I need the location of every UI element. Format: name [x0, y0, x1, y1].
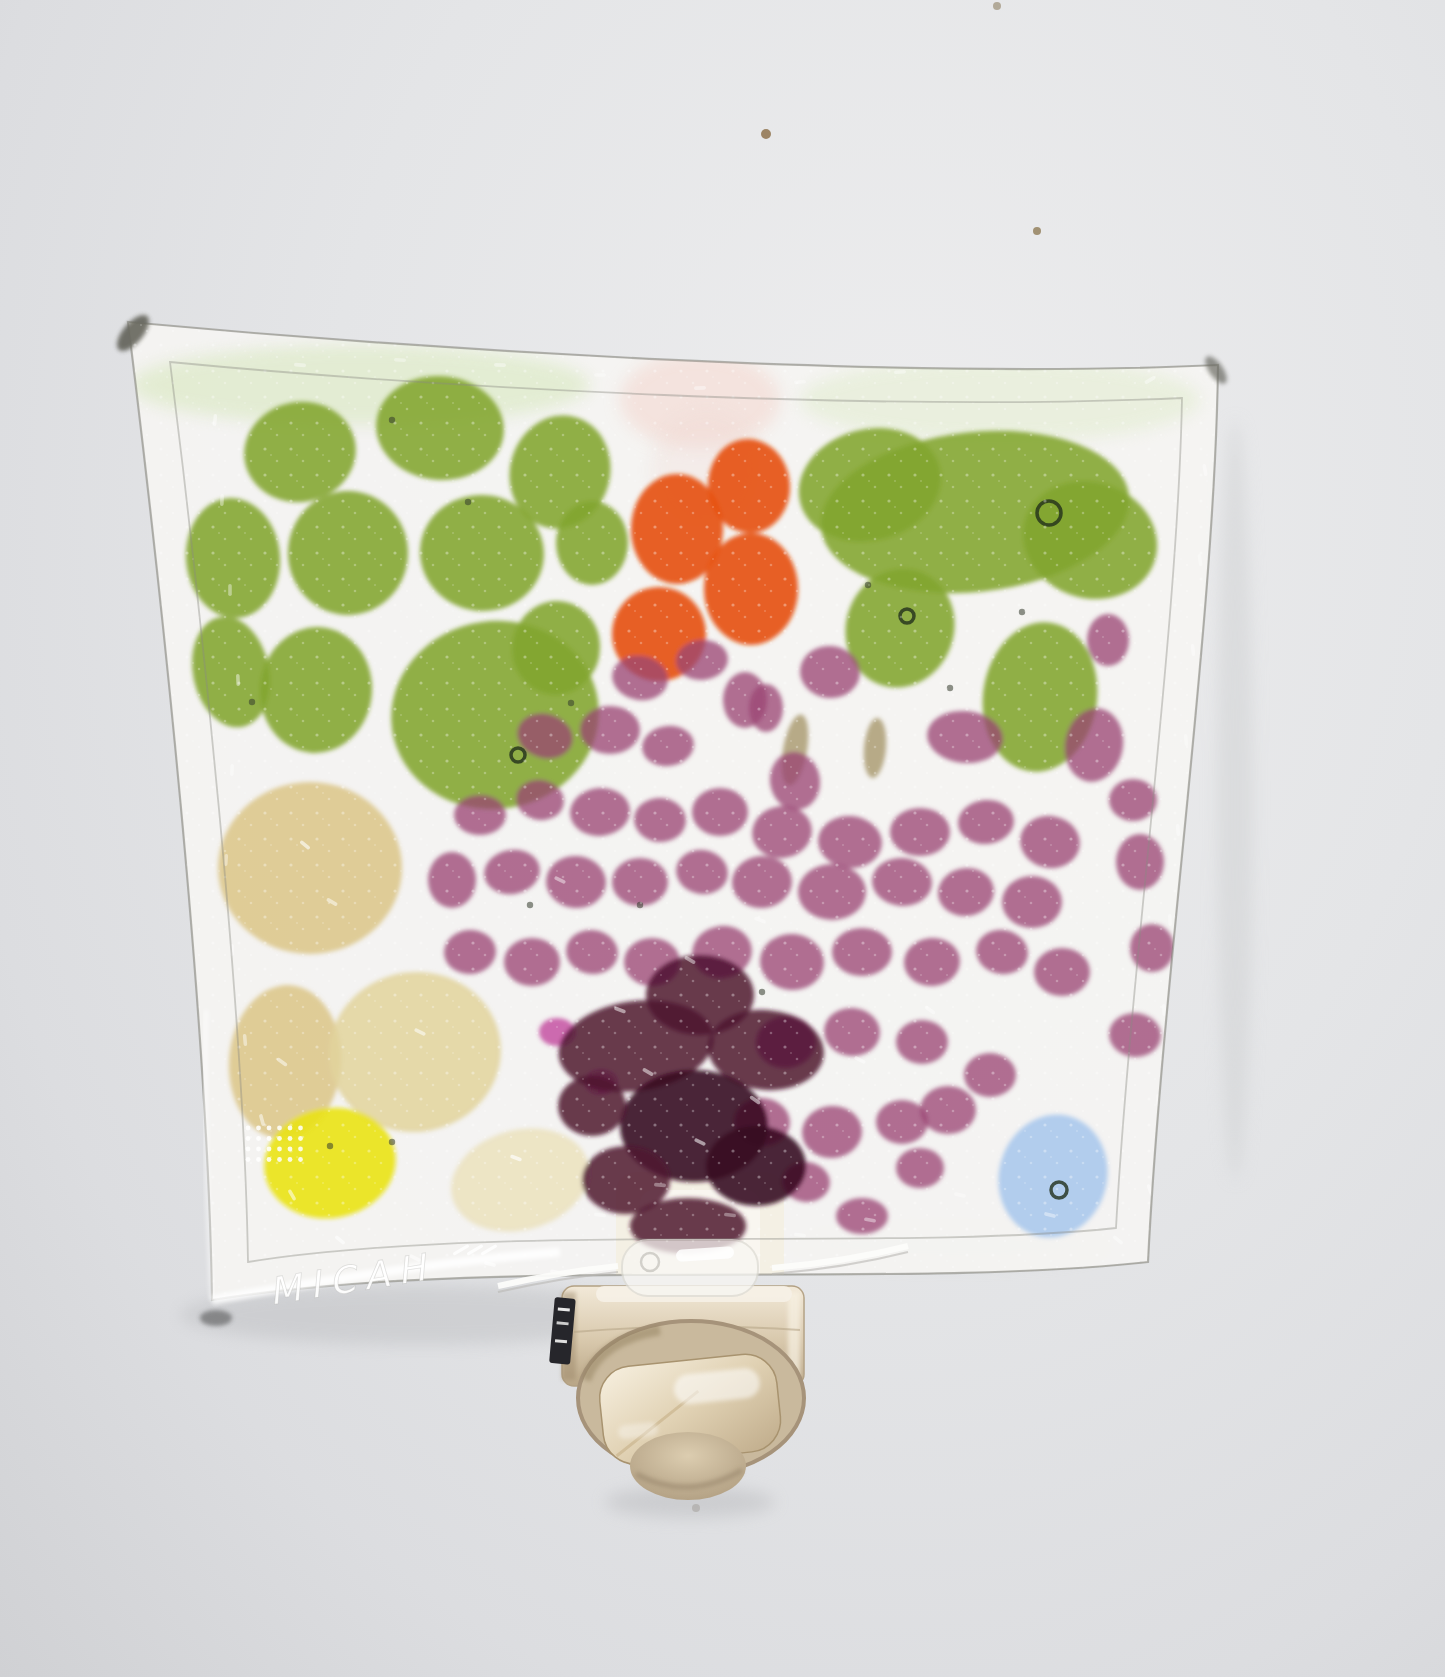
- etch-dot: [246, 1136, 251, 1141]
- shadow-right-edge: [1217, 420, 1253, 1180]
- sparkle: [1074, 358, 1086, 363]
- etch-dot: [298, 1157, 303, 1162]
- etch-dot: [246, 1157, 251, 1162]
- night-light-fixture: [549, 1286, 804, 1500]
- sparkle: [694, 386, 706, 390]
- sparkle: [230, 764, 234, 776]
- etch-dot: [256, 1157, 261, 1162]
- sparkle: [1162, 1004, 1166, 1016]
- sparkle: [394, 358, 406, 362]
- etch-dot: [256, 1136, 261, 1141]
- fixture-bottom-bulge: [630, 1432, 746, 1500]
- etch-dot: [277, 1157, 282, 1162]
- etch-dot: [277, 1147, 282, 1152]
- sparkle: [220, 494, 224, 506]
- sparkle: [594, 373, 606, 377]
- shadow-corner-tip: [200, 1310, 232, 1326]
- iridescent-frost-texture: [100, 300, 1300, 1400]
- sparkle: [228, 584, 232, 596]
- sparkle: [236, 674, 240, 686]
- wall-speck: [1033, 227, 1041, 235]
- etch-dot: [288, 1157, 293, 1162]
- etch-dot: [267, 1126, 272, 1131]
- etch-dot: [256, 1126, 261, 1131]
- sparkle: [1168, 914, 1172, 926]
- etch-dot: [288, 1147, 293, 1152]
- etch-dot: [298, 1136, 303, 1141]
- sparkle: [794, 380, 806, 384]
- photo-fused-glass-night-light: MICAH: [0, 0, 1445, 1677]
- etch-dot: [298, 1126, 303, 1131]
- etch-dot: [288, 1126, 293, 1131]
- etch-dot: [267, 1136, 272, 1141]
- photo-canvas: MICAH: [0, 0, 1445, 1677]
- etch-dot: [288, 1136, 293, 1141]
- etch-dot: [246, 1126, 251, 1131]
- etch-dot: [267, 1147, 272, 1152]
- etch-dot: [267, 1157, 272, 1162]
- etch-dot: [256, 1147, 261, 1152]
- etch-dot: [246, 1147, 251, 1152]
- wall-speck: [761, 129, 771, 139]
- etch-dot: [277, 1126, 282, 1131]
- etch-dot: [298, 1147, 303, 1152]
- plate-interior: [100, 300, 1300, 1400]
- etch-dot: [277, 1136, 282, 1141]
- sparkle: [494, 363, 506, 367]
- wall-speck: [993, 2, 1001, 10]
